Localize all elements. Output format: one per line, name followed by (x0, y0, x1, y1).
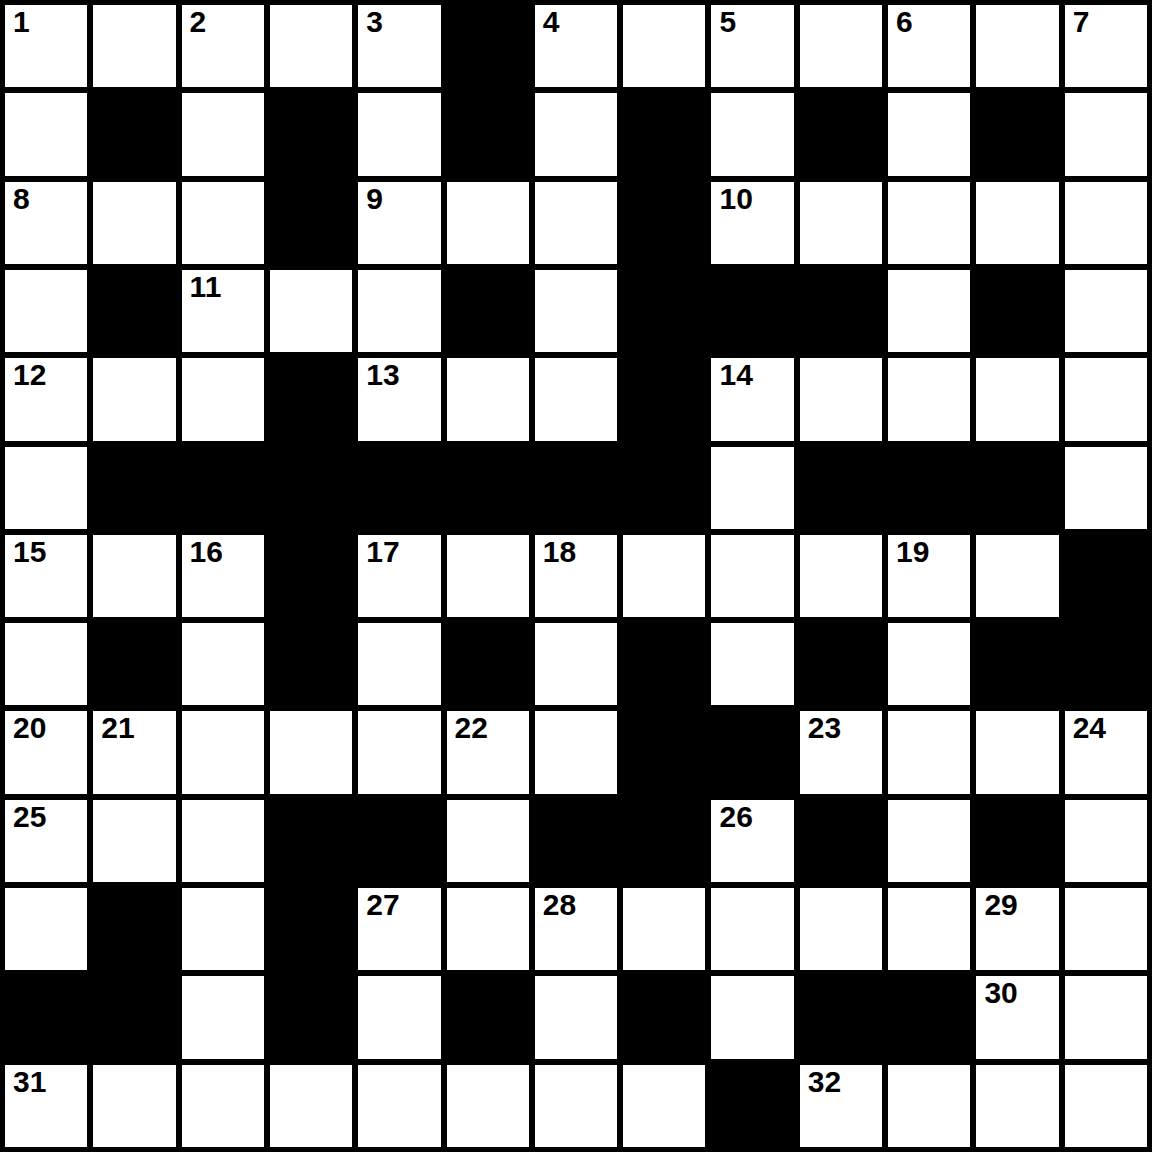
white-cell[interactable]: 31 (5, 1065, 87, 1147)
black-cell (358, 800, 440, 882)
black-cell (623, 93, 705, 175)
black-cell (93, 270, 175, 352)
white-cell[interactable] (1065, 182, 1147, 264)
white-cell[interactable] (1065, 270, 1147, 352)
clue-number: 16 (190, 537, 223, 567)
white-cell[interactable]: 1 (5, 5, 87, 87)
black-cell (623, 358, 705, 440)
white-cell[interactable] (888, 358, 970, 440)
black-cell (270, 800, 352, 882)
white-cell[interactable]: 23 (800, 711, 882, 793)
white-cell[interactable] (535, 623, 617, 705)
crossword-board: 1234567891011121314151617181920212223242… (0, 0, 1152, 1152)
white-cell[interactable]: 26 (711, 800, 793, 882)
white-cell[interactable]: 28 (535, 888, 617, 970)
clue-number: 32 (808, 1067, 841, 1097)
white-cell[interactable]: 11 (182, 270, 264, 352)
white-cell[interactable] (1065, 358, 1147, 440)
white-cell[interactable] (711, 93, 793, 175)
white-cell[interactable] (623, 1065, 705, 1147)
white-cell[interactable] (447, 800, 529, 882)
black-cell (800, 447, 882, 529)
clue-number: 30 (984, 978, 1017, 1008)
white-cell[interactable] (93, 800, 175, 882)
white-cell[interactable] (447, 535, 529, 617)
white-cell[interactable]: 18 (535, 535, 617, 617)
black-cell (711, 270, 793, 352)
clue-number: 24 (1073, 713, 1106, 743)
white-cell[interactable] (711, 535, 793, 617)
clue-number: 23 (808, 713, 841, 743)
black-cell (182, 447, 264, 529)
white-cell[interactable] (182, 358, 264, 440)
white-cell[interactable] (888, 800, 970, 882)
black-cell (447, 5, 529, 87)
black-cell (976, 800, 1058, 882)
black-cell (800, 623, 882, 705)
white-cell[interactable] (358, 976, 440, 1058)
clue-number: 3 (366, 7, 383, 37)
white-cell[interactable] (888, 623, 970, 705)
black-cell (535, 447, 617, 529)
black-cell (93, 976, 175, 1058)
white-cell[interactable]: 2 (182, 5, 264, 87)
white-cell[interactable]: 3 (358, 5, 440, 87)
white-cell[interactable] (182, 182, 264, 264)
white-cell[interactable]: 5 (711, 5, 793, 87)
white-cell[interactable]: 7 (1065, 5, 1147, 87)
white-cell[interactable] (800, 358, 882, 440)
black-cell (270, 182, 352, 264)
black-cell (623, 623, 705, 705)
white-cell[interactable]: 32 (800, 1065, 882, 1147)
clue-number: 31 (13, 1067, 46, 1097)
white-cell[interactable] (976, 358, 1058, 440)
clue-number: 9 (366, 184, 383, 214)
white-cell[interactable] (976, 1065, 1058, 1147)
white-cell[interactable] (711, 888, 793, 970)
white-cell[interactable] (976, 182, 1058, 264)
white-cell[interactable] (535, 93, 617, 175)
black-cell (623, 182, 705, 264)
black-cell (93, 888, 175, 970)
white-cell[interactable] (5, 623, 87, 705)
white-cell[interactable]: 30 (976, 976, 1058, 1058)
white-cell[interactable] (93, 535, 175, 617)
white-cell[interactable]: 29 (976, 888, 1058, 970)
white-cell[interactable] (5, 270, 87, 352)
black-cell (888, 447, 970, 529)
white-cell[interactable] (447, 358, 529, 440)
white-cell[interactable] (5, 447, 87, 529)
white-cell[interactable]: 12 (5, 358, 87, 440)
black-cell (270, 888, 352, 970)
clue-number: 6 (896, 7, 913, 37)
white-cell[interactable] (358, 623, 440, 705)
white-cell[interactable]: 6 (888, 5, 970, 87)
black-cell (623, 800, 705, 882)
white-cell[interactable]: 10 (711, 182, 793, 264)
white-cell[interactable] (182, 800, 264, 882)
white-cell[interactable]: 9 (358, 182, 440, 264)
white-cell[interactable] (711, 623, 793, 705)
black-cell (447, 93, 529, 175)
black-cell (976, 270, 1058, 352)
black-cell (93, 623, 175, 705)
white-cell[interactable] (888, 1065, 970, 1147)
clue-number: 26 (719, 802, 752, 832)
white-cell[interactable] (535, 358, 617, 440)
white-cell[interactable] (182, 1065, 264, 1147)
white-cell[interactable] (447, 888, 529, 970)
clue-number: 18 (543, 537, 576, 567)
white-cell[interactable] (623, 535, 705, 617)
black-cell (447, 976, 529, 1058)
black-cell (976, 93, 1058, 175)
black-cell (623, 976, 705, 1058)
black-cell (1065, 623, 1147, 705)
white-cell[interactable] (93, 182, 175, 264)
black-cell (93, 93, 175, 175)
white-cell[interactable] (182, 93, 264, 175)
black-cell (5, 976, 87, 1058)
clue-number: 20 (13, 713, 46, 743)
white-cell[interactable] (888, 93, 970, 175)
white-cell[interactable] (976, 711, 1058, 793)
black-cell (976, 447, 1058, 529)
black-cell (93, 447, 175, 529)
black-cell (800, 270, 882, 352)
white-cell[interactable] (535, 182, 617, 264)
black-cell (888, 976, 970, 1058)
black-cell (447, 623, 529, 705)
white-cell[interactable] (800, 5, 882, 87)
white-cell[interactable] (535, 270, 617, 352)
clue-number: 27 (366, 890, 399, 920)
clue-number: 15 (13, 537, 46, 567)
white-cell[interactable] (5, 888, 87, 970)
clue-number: 28 (543, 890, 576, 920)
black-cell (447, 270, 529, 352)
white-cell[interactable] (888, 711, 970, 793)
black-cell (976, 623, 1058, 705)
black-cell (270, 535, 352, 617)
white-cell[interactable] (800, 182, 882, 264)
white-cell[interactable] (270, 1065, 352, 1147)
white-cell[interactable] (1065, 888, 1147, 970)
black-cell (270, 976, 352, 1058)
black-cell (1065, 535, 1147, 617)
white-cell[interactable]: 20 (5, 711, 87, 793)
white-cell[interactable] (800, 535, 882, 617)
white-cell[interactable] (182, 711, 264, 793)
white-cell[interactable] (182, 623, 264, 705)
white-cell[interactable]: 4 (535, 5, 617, 87)
black-cell (711, 711, 793, 793)
white-cell[interactable]: 15 (5, 535, 87, 617)
white-cell[interactable] (976, 5, 1058, 87)
clue-number: 8 (13, 184, 30, 214)
white-cell[interactable] (358, 711, 440, 793)
clue-number: 14 (719, 360, 752, 390)
white-cell[interactable] (888, 270, 970, 352)
black-cell (447, 447, 529, 529)
black-cell (800, 976, 882, 1058)
clue-number: 22 (455, 713, 488, 743)
clue-number: 4 (543, 7, 560, 37)
white-cell[interactable] (358, 93, 440, 175)
white-cell[interactable] (1065, 800, 1147, 882)
black-cell (800, 93, 882, 175)
black-cell (535, 800, 617, 882)
white-cell[interactable] (358, 1065, 440, 1147)
clue-number: 21 (101, 713, 134, 743)
white-cell[interactable]: 16 (182, 535, 264, 617)
white-cell[interactable] (800, 888, 882, 970)
black-cell (623, 447, 705, 529)
clue-number: 12 (13, 360, 46, 390)
white-cell[interactable] (93, 358, 175, 440)
white-cell[interactable]: 21 (93, 711, 175, 793)
clue-number: 25 (13, 802, 46, 832)
black-cell (358, 447, 440, 529)
black-cell (270, 358, 352, 440)
clue-number: 1 (13, 7, 30, 37)
white-cell[interactable] (182, 976, 264, 1058)
white-cell[interactable] (1065, 1065, 1147, 1147)
white-cell[interactable]: 8 (5, 182, 87, 264)
white-cell[interactable] (447, 182, 529, 264)
white-cell[interactable] (711, 976, 793, 1058)
black-cell (270, 93, 352, 175)
white-cell[interactable]: 25 (5, 800, 87, 882)
clue-number: 29 (984, 890, 1017, 920)
white-cell[interactable] (447, 1065, 529, 1147)
clue-number: 19 (896, 537, 929, 567)
clue-number: 2 (190, 7, 207, 37)
clue-number: 17 (366, 537, 399, 567)
white-cell[interactable] (270, 5, 352, 87)
white-cell[interactable] (535, 976, 617, 1058)
black-cell (270, 447, 352, 529)
white-cell[interactable] (623, 5, 705, 87)
white-cell[interactable] (182, 888, 264, 970)
white-cell[interactable] (270, 711, 352, 793)
black-cell (623, 270, 705, 352)
black-cell (800, 800, 882, 882)
clue-number: 7 (1073, 7, 1090, 37)
white-cell[interactable] (888, 182, 970, 264)
white-cell[interactable] (623, 888, 705, 970)
white-cell[interactable]: 17 (358, 535, 440, 617)
white-cell[interactable]: 22 (447, 711, 529, 793)
white-cell[interactable] (1065, 93, 1147, 175)
white-cell[interactable] (535, 1065, 617, 1147)
clue-number: 11 (190, 272, 222, 302)
white-cell[interactable] (1065, 976, 1147, 1058)
white-cell[interactable] (888, 888, 970, 970)
white-cell[interactable]: 24 (1065, 711, 1147, 793)
black-cell (270, 623, 352, 705)
white-cell[interactable] (270, 270, 352, 352)
white-cell[interactable]: 27 (358, 888, 440, 970)
white-cell[interactable] (93, 5, 175, 87)
white-cell[interactable] (711, 447, 793, 529)
clue-number: 13 (366, 360, 399, 390)
white-cell[interactable]: 13 (358, 358, 440, 440)
clue-number: 10 (719, 184, 752, 214)
white-cell[interactable] (358, 270, 440, 352)
black-cell (623, 711, 705, 793)
white-cell[interactable] (535, 711, 617, 793)
white-cell[interactable]: 19 (888, 535, 970, 617)
black-cell (711, 1065, 793, 1147)
white-cell[interactable]: 14 (711, 358, 793, 440)
white-cell[interactable] (93, 1065, 175, 1147)
white-cell[interactable] (1065, 447, 1147, 529)
clue-number: 5 (719, 7, 736, 37)
white-cell[interactable] (5, 93, 87, 175)
white-cell[interactable] (976, 535, 1058, 617)
